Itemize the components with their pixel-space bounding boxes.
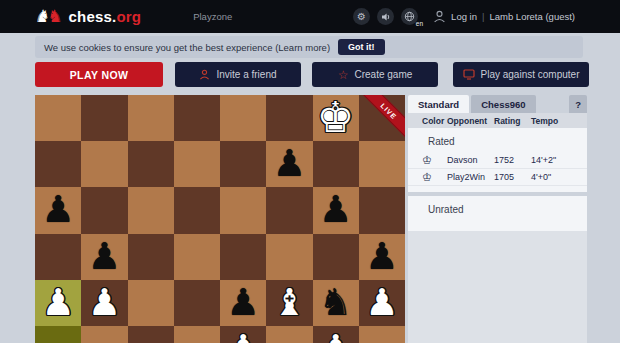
cookie-accept-button[interactable]: Got it! — [338, 39, 385, 55]
square-a5[interactable] — [35, 234, 81, 280]
lobby-panel: Standard Chess960 ? Color Opponent Ratin… — [408, 95, 587, 343]
section-unrated-label: Unrated — [408, 196, 587, 220]
square-f7[interactable]: ♟ — [266, 141, 312, 187]
square-b3[interactable] — [81, 326, 127, 343]
invite-friend-label: Invite a friend — [216, 69, 276, 80]
square-a3[interactable] — [35, 326, 81, 343]
live-ribbon: LIVE — [359, 95, 405, 141]
square-h4[interactable]: ♟ — [359, 280, 405, 326]
lobby-list: Rated ♔Davson175214'+2"♔Play2Win17054'+0… — [408, 128, 587, 231]
square-d6[interactable] — [174, 187, 220, 233]
lobby-column-headers: Color Opponent Rating Tempo — [408, 113, 587, 128]
opponent-row[interactable]: ♔Davson175214'+2" — [408, 152, 587, 169]
speaker-glyph — [381, 12, 391, 22]
square-c5[interactable] — [128, 234, 174, 280]
lobby-tabs: Standard Chess960 ? — [408, 95, 587, 113]
square-e7[interactable] — [220, 141, 266, 187]
play-now-button[interactable]: PLAY NOW — [35, 62, 163, 87]
white-bishop-f4[interactable]: ♝ — [273, 280, 306, 326]
brand-text: chess.org — [69, 8, 142, 25]
tab-help[interactable]: ? — [569, 95, 587, 113]
knights-logo-icon: ♞♞ — [35, 8, 63, 25]
square-e3[interactable]: ♟ — [220, 326, 266, 343]
square-c6[interactable] — [128, 187, 174, 233]
cookie-message: We use cookies to ensure you get the bes… — [44, 42, 330, 53]
site-logo[interactable]: ♞♞ chess.org — [35, 8, 141, 25]
board-grid: ♚♟♟♟♟♟♟♟♟♝♞♟♟♟ — [35, 95, 405, 343]
play-computer-label: Play against computer — [481, 69, 580, 80]
king-icon: ♔ — [422, 172, 447, 183]
square-d7[interactable] — [174, 141, 220, 187]
tab-standard[interactable]: Standard — [408, 95, 469, 113]
opponent-row[interactable]: ♔Play2Win17054'+0" — [408, 169, 587, 186]
square-b7[interactable] — [81, 141, 127, 187]
create-game-label: Create game — [354, 69, 412, 80]
board: ♚♟♟♟♟♟♟♟♟♝♞♟♟♟ LIVE — [35, 95, 405, 343]
square-a8[interactable] — [35, 95, 81, 141]
square-e8[interactable] — [220, 95, 266, 141]
square-a4[interactable]: ♟ — [35, 280, 81, 326]
square-b5[interactable]: ♟ — [81, 234, 127, 280]
square-c4[interactable] — [128, 280, 174, 326]
square-f6[interactable] — [266, 187, 312, 233]
lobby-empty-area — [408, 231, 587, 343]
square-d8[interactable] — [174, 95, 220, 141]
rated-rows: ♔Davson175214'+2"♔Play2Win17054'+0" — [408, 152, 587, 186]
square-c7[interactable] — [128, 141, 174, 187]
square-d4[interactable] — [174, 280, 220, 326]
white-pawn-b4[interactable]: ♟ — [88, 280, 121, 326]
square-f5[interactable] — [266, 234, 312, 280]
login-separator: | — [482, 11, 484, 22]
square-h7[interactable] — [359, 141, 405, 187]
guest-user-label[interactable]: Lamb Loreta (guest) — [489, 11, 575, 22]
black-pawn-g6[interactable]: ♟ — [319, 187, 352, 233]
black-pawn-a6[interactable]: ♟ — [42, 187, 75, 233]
black-knight-g4[interactable]: ♞ — [319, 280, 352, 326]
user-icon — [433, 10, 446, 23]
square-d5[interactable] — [174, 234, 220, 280]
person-icon — [199, 69, 210, 80]
square-c3[interactable] — [128, 326, 174, 343]
square-d3[interactable] — [174, 326, 220, 343]
col-opponent: Opponent — [447, 116, 494, 126]
square-f4[interactable]: ♝ — [266, 280, 312, 326]
invite-friend-button[interactable]: Invite a friend — [175, 62, 301, 87]
black-pawn-h5[interactable]: ♟ — [365, 234, 398, 280]
sound-icon[interactable] — [377, 8, 394, 25]
square-e4[interactable]: ♟ — [220, 280, 266, 326]
row-rating: 1705 — [494, 172, 531, 182]
square-b6[interactable] — [81, 187, 127, 233]
white-king-g8[interactable]: ♚ — [317, 95, 355, 141]
black-pawn-b5[interactable]: ♟ — [88, 234, 121, 280]
tab-chess960[interactable]: Chess960 — [471, 95, 535, 113]
section-rated-label: Rated — [408, 128, 587, 152]
white-pawn-g3[interactable]: ♟ — [319, 326, 352, 343]
square-a6[interactable]: ♟ — [35, 187, 81, 233]
row-opponent: Play2Win — [447, 172, 494, 182]
square-h5[interactable]: ♟ — [359, 234, 405, 280]
col-color: Color — [422, 116, 447, 126]
square-f3[interactable] — [266, 326, 312, 343]
nav-item-playzone[interactable]: Playzone — [193, 11, 232, 22]
square-g7[interactable] — [313, 141, 359, 187]
action-buttons-row: PLAY NOW Invite a friend ☆ Create game P… — [0, 62, 620, 87]
square-b4[interactable]: ♟ — [81, 280, 127, 326]
black-pawn-e4[interactable]: ♟ — [227, 280, 260, 326]
square-e6[interactable] — [220, 187, 266, 233]
square-g5[interactable] — [313, 234, 359, 280]
language-icon[interactable]: en — [401, 8, 418, 25]
square-f8[interactable] — [266, 95, 312, 141]
white-pawn-a4[interactable]: ♟ — [42, 280, 75, 326]
black-pawn-f7[interactable]: ♟ — [273, 141, 306, 187]
login-link[interactable]: Log in — [451, 11, 477, 22]
white-pawn-h4[interactable]: ♟ — [365, 280, 398, 326]
create-game-button[interactable]: ☆ Create game — [312, 62, 438, 87]
star-icon: ☆ — [338, 69, 349, 81]
square-b8[interactable] — [81, 95, 127, 141]
square-g6[interactable]: ♟ — [313, 187, 359, 233]
cookie-banner: We use cookies to ensure you get the bes… — [35, 36, 583, 58]
white-pawn-e3[interactable]: ♟ — [227, 326, 260, 343]
row-rating: 1752 — [494, 155, 531, 165]
col-tempo: Tempo — [531, 116, 581, 126]
square-g4[interactable]: ♞ — [313, 280, 359, 326]
language-code: en — [416, 20, 423, 27]
monitor-icon — [463, 69, 475, 80]
play-computer-button[interactable]: Play against computer — [453, 62, 589, 87]
settings-icon[interactable]: ⚙ — [353, 8, 370, 25]
col-rating: Rating — [494, 116, 531, 126]
square-h6[interactable] — [359, 187, 405, 233]
king-icon: ♔ — [422, 155, 447, 166]
square-c8[interactable] — [128, 95, 174, 141]
square-g3[interactable]: ♟ — [313, 326, 359, 343]
live-badge: LIVE — [360, 95, 405, 140]
square-h3[interactable] — [359, 326, 405, 343]
globe-glyph — [404, 11, 415, 22]
square-e5[interactable] — [220, 234, 266, 280]
row-tempo: 4'+0" — [531, 172, 581, 182]
top-navbar: ♞♞ chess.org Playzone ⚙ en — [0, 0, 620, 33]
square-g8[interactable]: ♚ — [313, 95, 359, 141]
row-opponent: Davson — [447, 155, 494, 165]
row-tempo: 14'+2" — [531, 155, 581, 165]
square-a7[interactable] — [35, 141, 81, 187]
